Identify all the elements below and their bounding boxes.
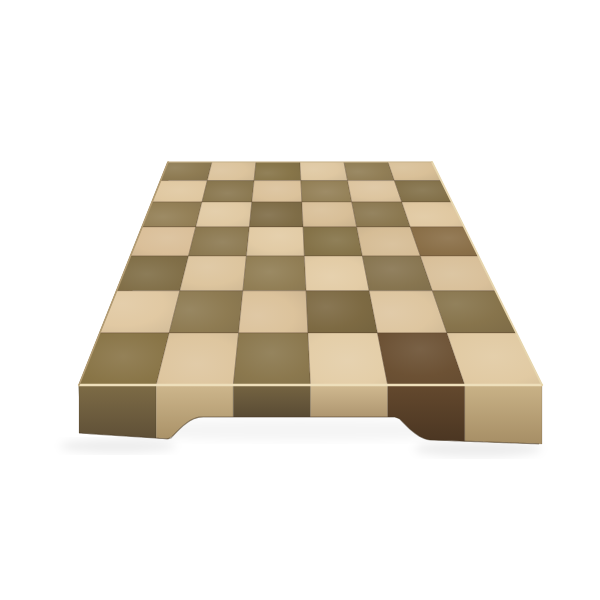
board-square (233, 333, 310, 385)
board-square (239, 291, 308, 333)
front-face-strip (79, 385, 156, 438)
board-square (300, 162, 348, 181)
board-square (207, 162, 256, 181)
board-square (410, 227, 478, 256)
front-face-strip (233, 385, 310, 417)
board-square (252, 181, 302, 202)
board-square (246, 227, 304, 256)
board-square (79, 333, 169, 385)
board-square (202, 181, 254, 202)
board-square (152, 181, 207, 202)
board-square (156, 333, 238, 385)
cutting-board (0, 0, 600, 600)
board-square (161, 162, 212, 181)
board-square (306, 291, 377, 333)
board-square (348, 181, 402, 202)
board-square (169, 291, 243, 333)
board-square (117, 256, 189, 291)
board-square (432, 291, 516, 333)
board-square (249, 202, 303, 227)
checkerboard-top (79, 162, 542, 385)
board-square (344, 162, 394, 181)
board-square (402, 202, 464, 227)
front-face-strip (465, 385, 542, 444)
board-square (100, 291, 180, 333)
board-square (352, 202, 411, 227)
front-face-strip (311, 385, 388, 417)
board-square (243, 256, 306, 291)
board-square (189, 227, 250, 256)
board-square (254, 162, 301, 181)
board-square (301, 181, 352, 202)
product-photo (0, 0, 600, 600)
board-square (420, 256, 495, 291)
board-square (303, 227, 362, 256)
board-square (357, 227, 421, 256)
board-square (180, 256, 247, 291)
board-square (304, 256, 369, 291)
board-square (302, 202, 357, 227)
board-square (196, 202, 252, 227)
board-square (308, 333, 388, 385)
